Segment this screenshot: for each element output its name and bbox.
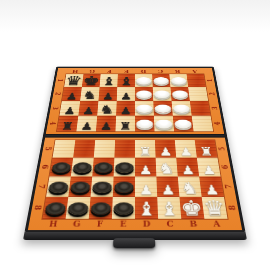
square-F6 [92,158,114,177]
file-label-H-near: H [41,219,66,230]
black-checker-H7 [48,182,69,193]
square-A2 [188,87,208,101]
square-F5 [94,140,115,158]
black-pawn-E2: ♟ [120,92,132,101]
square-A5: ♜ [195,140,218,158]
white-pawn-D7: ♟ [139,184,153,197]
white-pawn-D6: ♟ [139,164,153,176]
case-frame: HGFEDCBA 1234 ♛♚♝♝♟♞♟♟♟♟♞♟♜♟♟♜ 1234 5678… [24,67,245,233]
square-G2: ♞ [80,87,99,101]
white-checker-C2 [154,90,170,98]
file-label-G-near: G [64,219,89,230]
white-pawn-B5: ♟ [179,146,193,157]
square-F2: ♟ [98,87,117,101]
square-G8 [66,197,91,219]
square-E2: ♟ [117,87,135,101]
square-E3: ♟ [116,101,135,116]
square-E4: ♜ [115,116,135,132]
board-far-half: HGFEDCBA 1234 ♛♚♝♝♟♞♟♟♟♟♞♟♜♟♟♜ 1234 [46,68,224,134]
square-C6: ♞ [156,158,178,177]
white-checker-D3 [136,105,152,113]
square-C2 [153,87,172,101]
square-C8: ♝ [157,197,181,219]
black-checker-G7 [70,182,90,193]
square-H5 [53,140,76,158]
white-checker-C1 [153,77,169,84]
black-pawn-H3: ♟ [63,106,76,115]
square-D5: ♜ [135,140,156,158]
square-B1 [169,74,188,87]
square-G3: ♟ [78,101,98,116]
black-queen-H1: ♛ [64,74,83,87]
black-rook-H4: ♜ [60,121,75,132]
white-rook-D5: ♜ [138,146,152,158]
square-B3 [172,101,192,116]
black-knight-G2: ♞ [82,90,97,101]
square-A4 [192,116,213,132]
square-B7: ♞ [178,176,202,196]
black-pawn-F4: ♟ [99,121,112,131]
square-F3: ♞ [97,101,116,116]
square-E6 [114,158,135,177]
black-checker-E6 [115,162,134,173]
square-D8: ♝ [135,197,158,219]
white-checker-B1 [171,77,187,84]
square-F7 [91,176,114,196]
black-checker-E7 [114,182,133,193]
square-C4 [154,116,174,132]
square-H2: ♟ [62,87,82,101]
black-checker-F7 [92,182,112,193]
square-A7: ♟ [199,176,224,196]
white-king-B8: ♚ [180,198,204,219]
white-checker-C4 [155,120,172,129]
square-H6 [49,158,73,177]
white-checker-D1 [136,77,151,84]
board-grid-far: ♛♚♝♝♟♞♟♟♟♟♞♟♜♟♟♜ [57,74,213,131]
square-D7: ♟ [135,176,157,196]
square-D1 [135,74,153,87]
square-C7: ♟ [156,176,179,196]
white-pawn-A7: ♟ [204,184,220,197]
square-E1: ♝ [117,74,135,87]
white-checker-D4 [136,120,153,129]
square-C5: ♟ [155,140,176,158]
square-A1 [187,74,206,87]
square-H8 [42,197,68,219]
square-D3 [135,101,154,116]
square-E7 [113,176,135,196]
black-checker-E8 [113,202,133,214]
black-checker-H6 [51,162,71,173]
black-pawn-G3: ♟ [82,106,95,115]
photo-background: HGFEDCBA 1234 ♛♚♝♝♟♞♟♟♟♟♞♟♜♟♟♜ 1234 5678… [0,0,270,270]
square-A6: ♟ [197,158,221,177]
white-pawn-C7: ♟ [161,184,176,197]
square-B6: ♟ [176,158,199,177]
black-rook-E4: ♜ [119,121,132,132]
black-knight-F3: ♞ [99,104,114,116]
black-pawn-E3: ♟ [120,106,132,115]
square-C3 [153,101,172,116]
square-E8 [112,197,135,219]
black-checker-F8 [91,202,112,214]
square-C1 [152,74,170,87]
black-pawn-H2: ♟ [65,92,78,101]
white-bishop-C8: ♝ [159,200,180,219]
white-checker-B4 [174,120,192,129]
square-H1: ♛ [64,74,83,87]
file-label-F-near: F [88,219,112,230]
square-B8: ♚ [179,197,204,219]
square-B5: ♟ [175,140,197,158]
folding-board-case: HGFEDCBA 1234 ♛♚♝♝♟♞♟♟♟♟♞♟♜♟♟♜ 1234 5678… [23,67,247,240]
square-D6: ♟ [135,158,156,177]
black-pawn-F2: ♟ [102,92,114,101]
black-checker-F6 [94,162,113,173]
white-checker-B2 [172,90,189,98]
square-A8: ♛ [202,197,228,219]
white-checker-D2 [136,90,152,98]
square-E5 [114,140,135,158]
square-G6 [71,158,94,177]
white-pawn-A6: ♟ [201,164,216,176]
square-G7 [68,176,92,196]
square-H3: ♟ [59,101,80,116]
black-bishop-E1: ♝ [119,76,134,87]
white-knight-B7: ♞ [180,181,199,197]
black-checker-H8 [45,202,67,214]
white-rook-A5: ♜ [199,146,214,158]
file-label-E-near: E [111,219,135,230]
square-F8 [89,197,113,219]
square-H7 [46,176,71,196]
white-bishop-D8: ♝ [137,200,157,219]
board-grid-near: ♜♟♟♜♟♞♟♟♟♟♞♟♝♝♚♛ [42,140,227,219]
square-G5 [73,140,95,158]
board-near-half: 5678 ♜♟♟♜♟♞♟♟♟♟♞♟♝♝♚♛ 5678 HGFEDCBA [28,138,242,231]
white-pawn-C5: ♟ [159,146,173,157]
black-bishop-F1: ♝ [101,76,117,87]
square-D2 [135,87,153,101]
square-F1: ♝ [100,74,118,87]
square-F4: ♟ [96,116,116,132]
file-label-C-near: C [158,219,182,230]
white-checker-C3 [155,105,172,113]
square-B2 [170,87,189,101]
file-labels-near-edge: HGFEDCBA [28,219,242,230]
black-checker-G6 [73,162,92,173]
black-checker-G8 [68,202,89,214]
file-label-D-near: D [135,219,159,230]
square-B4 [173,116,194,132]
square-H4: ♜ [57,116,78,132]
white-pawn-B6: ♟ [181,164,196,176]
black-pawn-G4: ♟ [80,121,93,131]
square-G1: ♚ [82,74,101,87]
square-G4: ♟ [76,116,97,132]
square-D4 [135,116,155,132]
file-label-B-near: B [181,219,206,230]
white-knight-C6: ♞ [158,162,175,177]
case-latch [113,238,156,248]
black-king-G1: ♚ [82,74,100,87]
square-A3 [190,101,211,116]
white-queen-A8: ♛ [202,198,227,219]
white-checker-B3 [173,105,190,113]
file-label-A-near: A [204,219,229,230]
